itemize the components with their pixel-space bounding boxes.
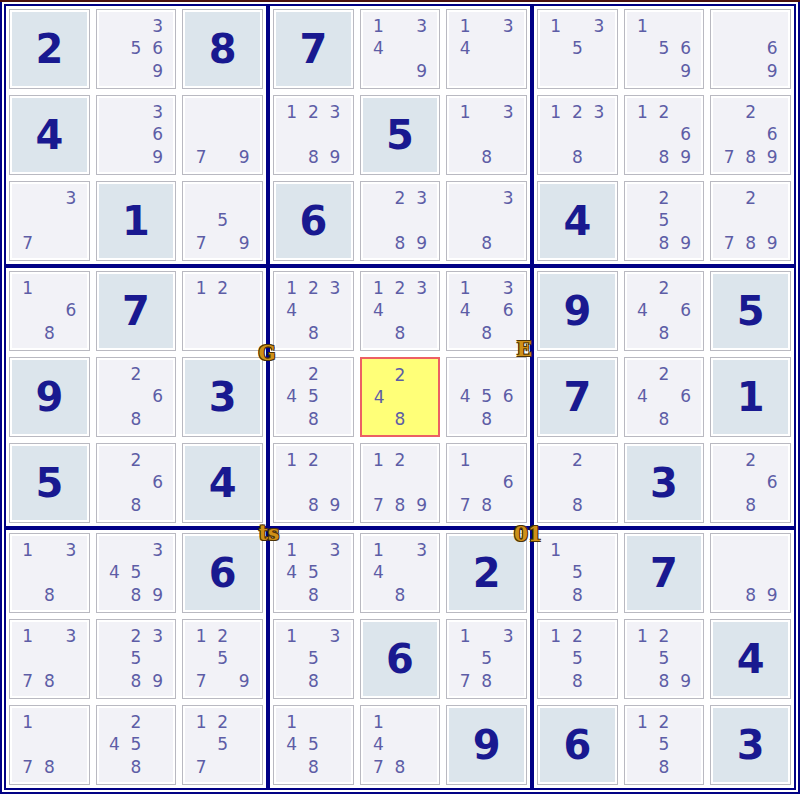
candidate-digit-6: 6: [497, 300, 519, 323]
cell-tile: 69: [710, 9, 791, 89]
candidate-digit-9: 9: [324, 146, 346, 169]
solved-digit: 1: [122, 201, 150, 241]
candidate-digit-8: 8: [389, 232, 411, 255]
cell-r8c2[interactable]: 23589: [93, 616, 180, 702]
cell-r3c3[interactable]: 579: [179, 178, 266, 264]
candidate-digit-8: 8: [303, 584, 325, 607]
cell-tile: 2468: [624, 357, 705, 437]
candidate-digit-3: 3: [324, 539, 346, 562]
candidate-digit-4: 4: [368, 300, 390, 323]
candidate-digit-1: 1: [632, 711, 654, 734]
cell-r6c5[interactable]: 12789: [357, 440, 444, 526]
candidate-digit-1: 1: [454, 277, 476, 300]
cell-r6c4[interactable]: 1289: [270, 440, 357, 526]
candidate-digit-8: 8: [653, 756, 675, 779]
candidate-digit-9: 9: [675, 146, 697, 169]
cell-r1c3[interactable]: 8: [179, 6, 266, 92]
cell-r6c3[interactable]: 4: [179, 440, 266, 526]
box-3: 13515696912381268926789425892789: [532, 4, 796, 266]
cell-r6c9[interactable]: 268: [707, 440, 794, 526]
cell-tile: 3: [710, 705, 791, 785]
solved-digit: 2: [473, 553, 501, 593]
solved-digit: 5: [386, 115, 414, 155]
candidate-digit-9: 9: [411, 60, 433, 83]
box-2: 713491341238951386238938: [268, 4, 532, 266]
cell-r4c4[interactable]: 12348: [270, 268, 357, 354]
candidate-digit-6: 6: [675, 300, 697, 323]
cell-tile: 1458: [273, 705, 354, 785]
cell-r7c3[interactable]: 6: [179, 530, 266, 616]
cell-r5c9[interactable]: 1: [707, 354, 794, 440]
candidate-digit-7: 7: [718, 232, 740, 255]
candidate-digit-8: 8: [653, 322, 675, 345]
cell-tile: 134: [446, 9, 527, 89]
cell-r2c3[interactable]: 79: [179, 92, 266, 178]
candidate-digit-1: 1: [281, 449, 303, 472]
cell-r6c8[interactable]: 3: [621, 440, 708, 526]
sudoku-board: 2356984369793715797134913412389513862389…: [0, 0, 800, 794]
cell-tile: 7: [273, 9, 354, 89]
candidate-digit-3: 3: [60, 539, 82, 562]
candidate-digit-1: 1: [545, 625, 567, 648]
box-5: 123481234813468245824845681289127891678: [268, 266, 532, 528]
candidate-digit-5: 5: [212, 734, 234, 757]
solved-digit: 4: [737, 639, 765, 679]
candidate-digit-1: 1: [632, 15, 654, 38]
label-ts: ts: [259, 523, 280, 543]
candidate-digit-9: 9: [411, 494, 433, 517]
candidate-digit-8: 8: [740, 146, 762, 169]
cell-tile: 12389: [273, 95, 354, 175]
cell-r3c8[interactable]: 2589: [621, 178, 708, 264]
candidate-digit-8: 8: [125, 756, 147, 779]
cell-tile: 138: [446, 95, 527, 175]
cell-r9c5[interactable]: 1478: [357, 702, 444, 788]
candidate-digit-8: 8: [303, 322, 325, 345]
candidate-digit-1: 1: [454, 625, 476, 648]
candidate-digit-8: 8: [653, 146, 675, 169]
cell-r1c9[interactable]: 69: [707, 6, 794, 92]
cell-r9c7[interactable]: 6: [534, 702, 621, 788]
cell-r8c1[interactable]: 1378: [6, 616, 93, 702]
solved-digit: 4: [35, 115, 63, 155]
cell-r4c9[interactable]: 5: [707, 268, 794, 354]
box-9: 1587891258125894612583: [532, 528, 796, 790]
cell-r5c1[interactable]: 9: [6, 354, 93, 440]
cell-r1c8[interactable]: 1569: [621, 6, 708, 92]
cell-tile: 12348: [360, 271, 441, 351]
candidate-digit-2: 2: [740, 187, 762, 210]
cell-r3c4[interactable]: 6: [270, 178, 357, 264]
cell-r9c2[interactable]: 2458: [93, 702, 180, 788]
cell-tile: 4: [182, 443, 263, 523]
candidate-digit-2: 2: [390, 364, 411, 386]
cell-tile: 37: [9, 181, 90, 261]
candidate-digit-4: 4: [368, 734, 390, 757]
cell-r2c7[interactable]: 1238: [534, 92, 621, 178]
cell-r2c9[interactable]: 26789: [707, 92, 794, 178]
candidate-digit-1: 1: [454, 449, 476, 472]
cell-tile: 1349: [360, 9, 441, 89]
cell-tile: 23589: [96, 619, 177, 699]
candidate-digit-9: 9: [147, 60, 169, 83]
candidate-digit-5: 5: [476, 648, 498, 671]
candidate-digit-2: 2: [567, 101, 589, 124]
cell-tile: 4: [9, 95, 90, 175]
solved-digit: 9: [563, 291, 591, 331]
candidate-digit-3: 3: [411, 277, 433, 300]
cell-r4c1[interactable]: 168: [6, 268, 93, 354]
solved-digit: 8: [209, 29, 237, 69]
cell-r7c4[interactable]: 13458: [270, 530, 357, 616]
candidate-digit-5: 5: [567, 38, 589, 61]
cell-r8c8[interactable]: 12589: [621, 616, 708, 702]
candidate-digit-2: 2: [125, 711, 147, 734]
cell-tile: 248: [360, 357, 441, 437]
candidate-digit-5: 5: [653, 210, 675, 233]
cell-r9c4[interactable]: 1458: [270, 702, 357, 788]
cell-r4c7[interactable]: 9: [534, 268, 621, 354]
candidate-digit-2: 2: [653, 101, 675, 124]
cell-tile: 2468: [624, 271, 705, 351]
cell-r2c5[interactable]: 5: [357, 92, 444, 178]
cell-tile: 268: [96, 357, 177, 437]
cell-tile: 79: [182, 95, 263, 175]
candidate-digit-8: 8: [303, 670, 325, 693]
cell-r8c4[interactable]: 1358: [270, 616, 357, 702]
cell-r7c1[interactable]: 138: [6, 530, 93, 616]
candidate-digit-8: 8: [303, 756, 325, 779]
cell-tile: 6: [273, 181, 354, 261]
candidate-digit-9: 9: [147, 670, 169, 693]
cell-tile: 2789: [710, 181, 791, 261]
candidate-digit-4: 4: [281, 734, 303, 757]
candidate-digit-6: 6: [675, 386, 697, 409]
candidate-digit-6: 6: [761, 124, 783, 147]
candidate-digit-8: 8: [567, 494, 589, 517]
candidate-digit-9: 9: [675, 60, 697, 83]
candidate-digit-4: 4: [281, 300, 303, 323]
candidate-digit-7: 7: [718, 146, 740, 169]
solved-digit: 7: [650, 553, 678, 593]
candidate-digit-5: 5: [653, 38, 675, 61]
box-8: 13458134821358613578145814789: [268, 528, 532, 790]
candidate-digit-1: 1: [368, 449, 390, 472]
candidate-digit-1: 1: [281, 625, 303, 648]
candidate-digit-1: 1: [545, 539, 567, 562]
cell-r2c2[interactable]: 369: [93, 92, 180, 178]
cell-tile: 28: [537, 443, 618, 523]
candidate-digit-9: 9: [761, 584, 783, 607]
cell-r8c6[interactable]: 13578: [443, 616, 530, 702]
cell-r9c9[interactable]: 3: [707, 702, 794, 788]
cell-r8c3[interactable]: 12579: [179, 616, 266, 702]
cell-r7c7[interactable]: 158: [534, 530, 621, 616]
cell-r5c5-highlighted[interactable]: 248: [357, 354, 444, 440]
cell-tile: 13458: [273, 533, 354, 613]
candidate-digit-1: 1: [190, 625, 212, 648]
cell-tile: 1378: [9, 619, 90, 699]
cell-r1c1[interactable]: 2: [6, 6, 93, 92]
candidate-digit-4: 4: [454, 300, 476, 323]
cell-tile: 158: [537, 533, 618, 613]
candidate-digit-8: 8: [476, 670, 498, 693]
solved-digit: 2: [35, 29, 63, 69]
candidate-digit-5: 5: [125, 734, 147, 757]
cell-tile: 13578: [446, 619, 527, 699]
cell-tile: 6: [537, 705, 618, 785]
candidate-digit-6: 6: [761, 472, 783, 495]
candidate-digit-1: 1: [190, 711, 212, 734]
candidate-digit-5: 5: [567, 562, 589, 585]
cell-r2c6[interactable]: 138: [443, 92, 530, 178]
cell-tile: 12579: [182, 619, 263, 699]
cell-tile: 9: [9, 357, 90, 437]
candidate-digit-4: 4: [281, 386, 303, 409]
candidate-digit-2: 2: [740, 101, 762, 124]
cell-r1c5[interactable]: 1349: [357, 6, 444, 92]
cell-tile: 7: [537, 357, 618, 437]
cell-tile: 38: [446, 181, 527, 261]
candidate-digit-3: 3: [147, 539, 169, 562]
cell-tile: 2458: [96, 705, 177, 785]
label-E: E: [516, 339, 531, 359]
candidate-digit-3: 3: [588, 101, 610, 124]
cell-r7c8[interactable]: 7: [621, 530, 708, 616]
candidate-digit-3: 3: [60, 187, 82, 210]
candidate-digit-4: 4: [632, 300, 654, 323]
candidate-digit-6: 6: [60, 300, 82, 323]
cell-r5c8[interactable]: 2468: [621, 354, 708, 440]
candidate-digit-9: 9: [411, 232, 433, 255]
candidate-digit-8: 8: [125, 670, 147, 693]
cell-r4c2[interactable]: 7: [93, 268, 180, 354]
cell-r6c7[interactable]: 28: [534, 440, 621, 526]
candidate-digit-3: 3: [497, 625, 519, 648]
candidate-digit-7: 7: [368, 756, 390, 779]
candidate-digit-3: 3: [497, 101, 519, 124]
cell-r8c9[interactable]: 4: [707, 616, 794, 702]
candidate-digit-8: 8: [740, 494, 762, 517]
cell-r3c5[interactable]: 2389: [357, 178, 444, 264]
solved-digit: 7: [563, 377, 591, 417]
cell-tile: 12589: [624, 619, 705, 699]
candidate-digit-6: 6: [675, 38, 697, 61]
candidate-digit-9: 9: [233, 146, 255, 169]
candidate-digit-7: 7: [190, 756, 212, 779]
solved-digit: 1: [737, 377, 765, 417]
candidate-digit-6: 6: [147, 472, 169, 495]
cell-r3c6[interactable]: 38: [443, 178, 530, 264]
candidate-digit-8: 8: [476, 408, 498, 431]
solved-digit: 6: [563, 725, 591, 765]
box-4: 1687129268352684: [4, 266, 268, 528]
cell-tile: 6: [182, 533, 263, 613]
candidate-digit-7: 7: [190, 232, 212, 255]
candidate-digit-5: 5: [303, 386, 325, 409]
cell-r8c5[interactable]: 6: [357, 616, 444, 702]
candidate-digit-2: 2: [212, 711, 234, 734]
cell-tile: 12789: [360, 443, 441, 523]
cell-r5c3[interactable]: 3: [179, 354, 266, 440]
cell-tile: 2: [9, 9, 90, 89]
candidate-digit-2: 2: [303, 277, 325, 300]
candidate-digit-8: 8: [389, 322, 411, 345]
cell-r9c1[interactable]: 178: [6, 702, 93, 788]
cell-r2c1[interactable]: 4: [6, 92, 93, 178]
candidate-digit-6: 6: [147, 38, 169, 61]
candidate-digit-9: 9: [233, 670, 255, 693]
candidate-digit-9: 9: [675, 232, 697, 255]
candidate-digit-3: 3: [588, 15, 610, 38]
candidate-digit-8: 8: [476, 146, 498, 169]
cell-tile: 3569: [96, 9, 177, 89]
cell-tile: 5: [9, 443, 90, 523]
cell-tile: 1258: [624, 705, 705, 785]
candidate-digit-6: 6: [761, 38, 783, 61]
candidate-digit-8: 8: [476, 232, 498, 255]
candidate-digit-1: 1: [17, 277, 39, 300]
cell-tile: 13468: [446, 271, 527, 351]
cell-tile: 1258: [537, 619, 618, 699]
candidate-digit-1: 1: [454, 15, 476, 38]
candidate-digit-8: 8: [303, 408, 325, 431]
candidate-digit-2: 2: [653, 711, 675, 734]
cell-r2c4[interactable]: 12389: [270, 92, 357, 178]
cell-r6c1[interactable]: 5: [6, 440, 93, 526]
candidate-digit-1: 1: [17, 625, 39, 648]
candidate-digit-2: 2: [125, 625, 147, 648]
cell-tile: 12: [182, 271, 263, 351]
cell-tile: 1678: [446, 443, 527, 523]
candidate-digit-2: 2: [212, 277, 234, 300]
cell-r1c4[interactable]: 7: [270, 6, 357, 92]
solved-digit: 7: [122, 291, 150, 331]
solved-digit: 3: [650, 463, 678, 503]
candidate-digit-6: 6: [497, 386, 519, 409]
candidate-digit-1: 1: [281, 277, 303, 300]
candidate-digit-5: 5: [303, 734, 325, 757]
candidate-digit-1: 1: [632, 101, 654, 124]
cell-r8c7[interactable]: 1258: [534, 616, 621, 702]
cell-r9c3[interactable]: 1257: [179, 702, 266, 788]
candidate-digit-5: 5: [476, 386, 498, 409]
cell-r4c8[interactable]: 2468: [621, 268, 708, 354]
candidate-digit-7: 7: [368, 494, 390, 517]
candidate-digit-1: 1: [454, 101, 476, 124]
solved-digit: 4: [563, 201, 591, 241]
cell-tile: 4: [537, 181, 618, 261]
cell-r6c6[interactable]: 1678: [443, 440, 530, 526]
candidate-digit-1: 1: [368, 711, 390, 734]
cell-r4c5[interactable]: 12348: [357, 268, 444, 354]
cell-r1c6[interactable]: 134: [443, 6, 530, 92]
candidate-digit-3: 3: [324, 625, 346, 648]
sudoku-app: 2356984369793715797134913412389513862389…: [0, 0, 800, 800]
cell-r5c4[interactable]: 2458: [270, 354, 357, 440]
cell-r7c5[interactable]: 1348: [357, 530, 444, 616]
candidate-digit-3: 3: [147, 101, 169, 124]
cell-r3c1[interactable]: 37: [6, 178, 93, 264]
candidate-digit-6: 6: [147, 386, 169, 409]
candidate-digit-3: 3: [147, 625, 169, 648]
candidate-digit-8: 8: [740, 232, 762, 255]
cell-tile: 5: [710, 271, 791, 351]
candidate-digit-7: 7: [190, 146, 212, 169]
candidate-digit-3: 3: [147, 15, 169, 38]
candidate-digit-5: 5: [303, 562, 325, 585]
cell-r1c7[interactable]: 135: [534, 6, 621, 92]
candidate-digit-4: 4: [454, 38, 476, 61]
cell-tile: 7: [96, 271, 177, 351]
candidate-digit-2: 2: [653, 187, 675, 210]
cell-tile: 1358: [273, 619, 354, 699]
cell-tile: 2589: [624, 181, 705, 261]
solved-digit: 3: [737, 725, 765, 765]
candidate-digit-8: 8: [653, 408, 675, 431]
cell-tile: 12689: [624, 95, 705, 175]
candidate-digit-3: 3: [324, 277, 346, 300]
candidate-digit-7: 7: [454, 670, 476, 693]
candidate-digit-3: 3: [324, 101, 346, 124]
candidate-digit-7: 7: [454, 494, 476, 517]
candidate-digit-2: 2: [212, 625, 234, 648]
cell-tile: 26789: [710, 95, 791, 175]
candidate-digit-8: 8: [476, 494, 498, 517]
candidate-digit-5: 5: [125, 562, 147, 585]
candidate-digit-3: 3: [497, 277, 519, 300]
cell-tile: 1: [710, 357, 791, 437]
candidate-digit-5: 5: [567, 648, 589, 671]
candidate-digit-5: 5: [125, 648, 147, 671]
cell-tile: 579: [182, 181, 263, 261]
cell-r5c7[interactable]: 7: [534, 354, 621, 440]
candidate-digit-1: 1: [545, 101, 567, 124]
cell-tile: 8: [182, 9, 263, 89]
candidate-digit-7: 7: [17, 232, 39, 255]
candidate-digit-2: 2: [303, 363, 325, 386]
cell-r3c2[interactable]: 1: [93, 178, 180, 264]
cell-r4c3[interactable]: 12: [179, 268, 266, 354]
candidate-digit-8: 8: [39, 322, 61, 345]
cell-tile: 3: [182, 357, 263, 437]
cell-r6c2[interactable]: 268: [93, 440, 180, 526]
cell-tile: 34589: [96, 533, 177, 613]
candidate-digit-5: 5: [125, 38, 147, 61]
cell-tile: 1348: [360, 533, 441, 613]
cell-r1c2[interactable]: 3569: [93, 6, 180, 92]
candidate-digit-3: 3: [60, 625, 82, 648]
cell-r3c7[interactable]: 4: [534, 178, 621, 264]
cell-tile: 5: [360, 95, 441, 175]
cell-tile: 1: [96, 181, 177, 261]
candidate-digit-3: 3: [497, 187, 519, 210]
candidate-digit-8: 8: [476, 322, 498, 345]
cell-r7c2[interactable]: 34589: [93, 530, 180, 616]
cell-r9c6[interactable]: 9: [443, 702, 530, 788]
cell-tile: 9: [537, 271, 618, 351]
candidate-digit-2: 2: [740, 449, 762, 472]
solved-digit: 3: [209, 377, 237, 417]
candidate-digit-1: 1: [17, 711, 39, 734]
cell-r3c9[interactable]: 2789: [707, 178, 794, 264]
cell-r2c8[interactable]: 12689: [621, 92, 708, 178]
cell-r5c2[interactable]: 268: [93, 354, 180, 440]
candidate-digit-8: 8: [39, 670, 61, 693]
cell-r5c6[interactable]: 4568: [443, 354, 530, 440]
cell-r9c8[interactable]: 1258: [621, 702, 708, 788]
cell-r7c9[interactable]: 89: [707, 530, 794, 616]
